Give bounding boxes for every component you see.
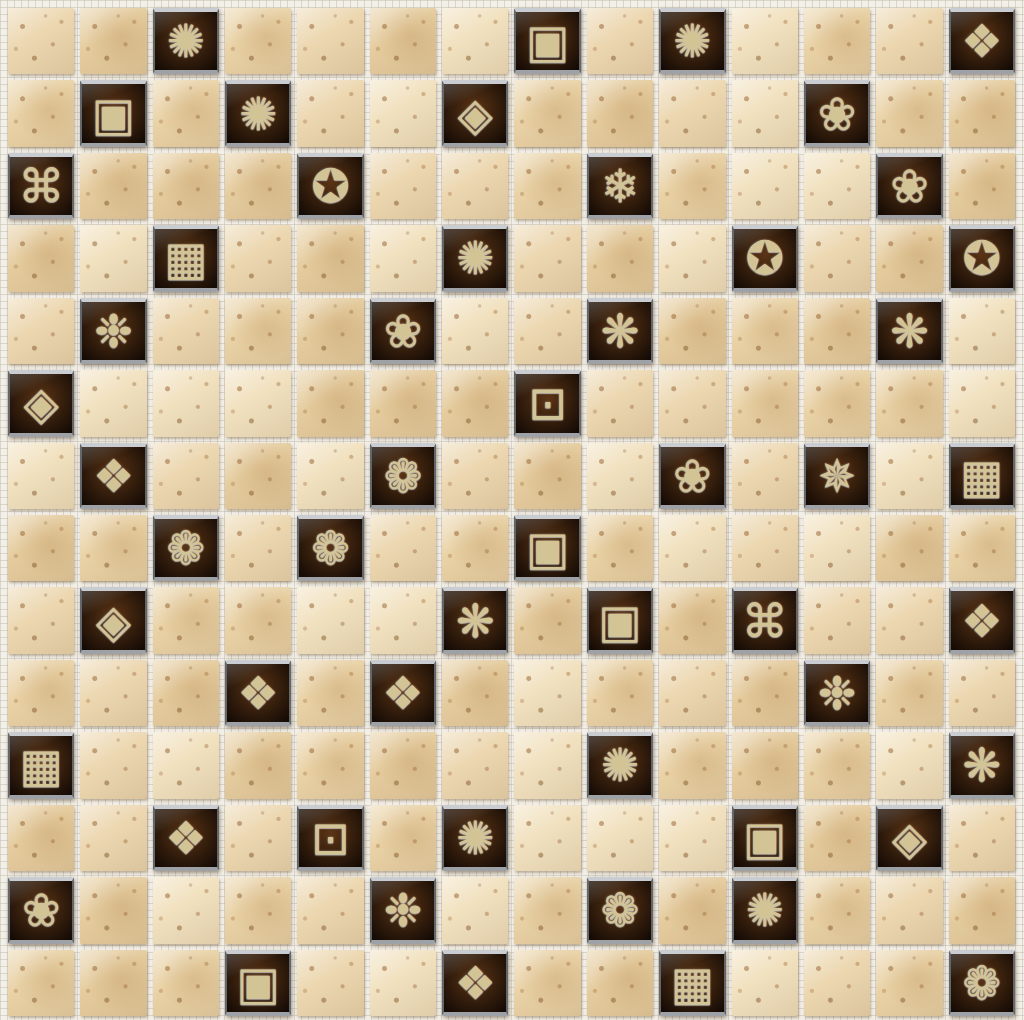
stone-tile-r12c12 xyxy=(876,877,942,943)
stone-tile-r3c4 xyxy=(297,225,363,291)
ornament-tile-arabesque-panel-r4c1: ❉ xyxy=(80,298,146,364)
stone-tile-r0c0 xyxy=(8,8,74,74)
stone-tile-r9c10 xyxy=(732,660,798,726)
ornament-tile-pinwheel-sun-r4c8: ❋ xyxy=(587,298,653,364)
stone-tile-r13c7 xyxy=(514,950,580,1016)
stone-tile-r11c0 xyxy=(8,805,74,871)
stone-tile-r11c8 xyxy=(587,805,653,871)
stone-tile-r10c1 xyxy=(80,732,146,798)
stone-tile-r8c11 xyxy=(804,587,870,653)
stone-tile-r1c0 xyxy=(8,80,74,146)
ornament-tile-wheel-medallion-r11c6: ✺ xyxy=(442,805,508,871)
stone-tile-r12c11 xyxy=(804,877,870,943)
stone-tile-r13c4 xyxy=(297,950,363,1016)
stone-tile-r6c10 xyxy=(732,443,798,509)
stone-tile-r12c4 xyxy=(297,877,363,943)
ornament-tile-wheel-medallion-r10c8: ✺ xyxy=(587,732,653,798)
stone-tile-r7c11 xyxy=(804,515,870,581)
stone-tile-r1c2 xyxy=(153,80,219,146)
stone-tile-r3c5 xyxy=(370,225,436,291)
stone-tile-r5c9 xyxy=(659,370,725,436)
stone-tile-r0c8 xyxy=(587,8,653,74)
orbit-ellipses-icon: ❖ xyxy=(165,815,206,861)
pinwheel-sun-icon: ❋ xyxy=(963,742,1002,788)
ornament-tile-cross-grid-r13c9: ▦ xyxy=(659,950,725,1016)
stone-tile-r13c2 xyxy=(153,950,219,1016)
ornament-tile-cross-grid-r10c0: ▦ xyxy=(8,732,74,798)
arabesque-panel-icon: ❉ xyxy=(818,670,857,716)
stone-tile-r0c11 xyxy=(804,8,870,74)
ornament-tile-arabesque-panel-r9c11: ❉ xyxy=(804,660,870,726)
ornament-tile-flower-rosette-r1c11: ❀ xyxy=(804,80,870,146)
stone-tile-r3c7 xyxy=(514,225,580,291)
daisy-burst-icon: ❁ xyxy=(311,525,350,571)
stone-tile-r2c5 xyxy=(370,153,436,219)
celtic-knot-icon: ⌘ xyxy=(18,163,64,209)
flower-rosette-icon: ❀ xyxy=(890,163,929,209)
stone-tile-r10c2 xyxy=(153,732,219,798)
stone-tile-r13c1 xyxy=(80,950,146,1016)
ornament-tile-square-emblem-r1c1: ▣ xyxy=(80,80,146,146)
stone-tile-r5c6 xyxy=(442,370,508,436)
stone-tile-r10c4 xyxy=(297,732,363,798)
stone-tile-r8c3 xyxy=(225,587,291,653)
ornament-tile-concentric-square-r5c7: ⊡ xyxy=(514,370,580,436)
ornament-tile-orbit-ellipses-r13c6: ❖ xyxy=(442,950,508,1016)
stone-tile-r0c1 xyxy=(80,8,146,74)
stone-tile-r9c1 xyxy=(80,660,146,726)
ornament-tile-pinwheel-sun-r10c13: ❋ xyxy=(949,732,1015,798)
snowflake-star-icon: ❄ xyxy=(601,163,640,209)
square-emblem-icon: ▣ xyxy=(237,960,280,1006)
stone-tile-r3c3 xyxy=(225,225,291,291)
wheel-medallion-icon: ✺ xyxy=(456,235,495,281)
stone-tile-r7c6 xyxy=(442,515,508,581)
stone-tile-r1c12 xyxy=(876,80,942,146)
ornament-tile-wheel-medallion-r12c10: ✺ xyxy=(732,877,798,943)
ornament-tile-star-in-circle-r2c4: ✪ xyxy=(297,153,363,219)
stone-tile-r3c1 xyxy=(80,225,146,291)
stone-tile-r12c2 xyxy=(153,877,219,943)
stone-tile-r1c13 xyxy=(949,80,1015,146)
orbit-ellipses-icon: ❖ xyxy=(93,453,134,499)
ornament-tile-daisy-burst-r6c5: ❁ xyxy=(370,443,436,509)
ornament-tile-orbit-ellipses-r11c2: ❖ xyxy=(153,805,219,871)
ornament-tile-wheel-medallion-r1c3: ✺ xyxy=(225,80,291,146)
stone-tile-r5c13 xyxy=(949,370,1015,436)
stone-tile-r6c12 xyxy=(876,443,942,509)
diamond-inset-icon: ◈ xyxy=(892,815,927,861)
stone-tile-r8c0 xyxy=(8,587,74,653)
stone-tile-r11c7 xyxy=(514,805,580,871)
pinwheel-sun-icon: ❋ xyxy=(890,308,929,354)
orbit-ellipses-icon: ❖ xyxy=(961,18,1002,64)
stone-tile-r13c0 xyxy=(8,950,74,1016)
stone-tile-r8c5 xyxy=(370,587,436,653)
stone-tile-r8c7 xyxy=(514,587,580,653)
stone-tile-r6c3 xyxy=(225,443,291,509)
stone-tile-r6c4 xyxy=(297,443,363,509)
stone-tile-r5c5 xyxy=(370,370,436,436)
stone-tile-r3c12 xyxy=(876,225,942,291)
stone-tile-r9c2 xyxy=(153,660,219,726)
stone-tile-r6c0 xyxy=(8,443,74,509)
concentric-square-icon: ⊡ xyxy=(311,815,350,861)
square-emblem-icon: ▣ xyxy=(598,598,641,644)
stone-tile-r5c8 xyxy=(587,370,653,436)
stone-tile-r2c11 xyxy=(804,153,870,219)
flower-rosette-icon: ❀ xyxy=(673,453,712,499)
stone-tile-r11c11 xyxy=(804,805,870,871)
stone-tile-r9c8 xyxy=(587,660,653,726)
stone-tile-r12c6 xyxy=(442,877,508,943)
square-emblem-icon: ▣ xyxy=(92,91,135,137)
stone-tile-r12c7 xyxy=(514,877,580,943)
ornament-tile-daisy-burst-r7c4: ❁ xyxy=(297,515,363,581)
stone-tile-r13c11 xyxy=(804,950,870,1016)
ornament-tile-wheel-medallion-r3c6: ✺ xyxy=(442,225,508,291)
stone-tile-r4c13 xyxy=(949,298,1015,364)
stone-tile-r9c6 xyxy=(442,660,508,726)
stone-tile-r6c7 xyxy=(514,443,580,509)
ornament-tile-daisy-burst-r7c2: ❁ xyxy=(153,515,219,581)
orbit-ellipses-icon: ❖ xyxy=(238,670,279,716)
stone-tile-r7c0 xyxy=(8,515,74,581)
stone-tile-r4c4 xyxy=(297,298,363,364)
stone-tile-r1c7 xyxy=(514,80,580,146)
diamond-inset-icon: ◈ xyxy=(96,598,131,644)
stone-tile-r2c10 xyxy=(732,153,798,219)
stone-tile-r4c3 xyxy=(225,298,291,364)
stone-tile-r7c10 xyxy=(732,515,798,581)
ornament-tile-celtic-knot-r8c10: ⌘ xyxy=(732,587,798,653)
stone-tile-r0c6 xyxy=(442,8,508,74)
ornament-tile-cross-grid-r6c13: ▦ xyxy=(949,443,1015,509)
ornament-tile-concentric-square-r11c4: ⊡ xyxy=(297,805,363,871)
stone-tile-r7c9 xyxy=(659,515,725,581)
arabesque-panel-icon: ❉ xyxy=(94,308,133,354)
stone-tile-r4c0 xyxy=(8,298,74,364)
stone-tile-r10c6 xyxy=(442,732,508,798)
arrow-star-icon: ✵ xyxy=(818,453,857,499)
ornament-tile-square-emblem-r0c7: ▣ xyxy=(514,8,580,74)
square-emblem-icon: ▣ xyxy=(526,18,569,64)
flower-rosette-icon: ❀ xyxy=(384,308,423,354)
stone-tile-r12c3 xyxy=(225,877,291,943)
stone-tile-r1c4 xyxy=(297,80,363,146)
stone-tile-r4c9 xyxy=(659,298,725,364)
stone-tile-r1c9 xyxy=(659,80,725,146)
stone-tile-r2c9 xyxy=(659,153,725,219)
stone-tile-r0c5 xyxy=(370,8,436,74)
orbit-ellipses-icon: ❖ xyxy=(382,670,423,716)
stone-tile-r9c0 xyxy=(8,660,74,726)
ornament-tile-flower-rosette-r6c9: ❀ xyxy=(659,443,725,509)
ornament-tile-orbit-ellipses-r9c3: ❖ xyxy=(225,660,291,726)
stone-tile-r13c10 xyxy=(732,950,798,1016)
stone-tile-r0c12 xyxy=(876,8,942,74)
stone-tile-r10c10 xyxy=(732,732,798,798)
ornament-tile-flower-rosette-r4c5: ❀ xyxy=(370,298,436,364)
stone-tile-r5c11 xyxy=(804,370,870,436)
ornament-tile-orbit-ellipses-r8c13: ❖ xyxy=(949,587,1015,653)
stone-tile-r11c13 xyxy=(949,805,1015,871)
flower-rosette-icon: ❀ xyxy=(22,887,61,933)
orbit-ellipses-icon: ❖ xyxy=(961,598,1002,644)
daisy-burst-icon: ❁ xyxy=(384,453,423,499)
ornament-tile-square-emblem-r13c3: ▣ xyxy=(225,950,291,1016)
cross-grid-icon: ▦ xyxy=(960,453,1003,499)
ornament-tile-snowflake-star-r2c8: ❄ xyxy=(587,153,653,219)
cross-grid-icon: ▦ xyxy=(19,742,62,788)
daisy-burst-icon: ❁ xyxy=(601,887,640,933)
stone-tile-r7c13 xyxy=(949,515,1015,581)
stone-tile-r8c9 xyxy=(659,587,725,653)
stone-tile-r11c9 xyxy=(659,805,725,871)
ornament-tile-orbit-ellipses-r9c5: ❖ xyxy=(370,660,436,726)
stone-tile-r7c12 xyxy=(876,515,942,581)
ornament-tile-star-in-circle-r3c13: ✪ xyxy=(949,225,1015,291)
stone-tile-r8c12 xyxy=(876,587,942,653)
pinwheel-sun-icon: ❋ xyxy=(456,598,495,644)
concentric-square-icon: ⊡ xyxy=(528,380,567,426)
wheel-medallion-icon: ✺ xyxy=(167,18,206,64)
ornament-tile-wheel-medallion-r0c9: ✺ xyxy=(659,8,725,74)
stone-tile-r2c6 xyxy=(442,153,508,219)
stone-tile-r2c13 xyxy=(949,153,1015,219)
stone-tile-r7c5 xyxy=(370,515,436,581)
stone-tile-r2c3 xyxy=(225,153,291,219)
stone-tile-r11c1 xyxy=(80,805,146,871)
stone-tile-r6c2 xyxy=(153,443,219,509)
stone-tile-r13c5 xyxy=(370,950,436,1016)
flower-rosette-icon: ❀ xyxy=(818,91,857,137)
stone-tile-r8c2 xyxy=(153,587,219,653)
stone-tile-r5c12 xyxy=(876,370,942,436)
stone-tile-r4c6 xyxy=(442,298,508,364)
stone-tile-r5c1 xyxy=(80,370,146,436)
square-emblem-icon: ▣ xyxy=(526,525,569,571)
ornament-tile-square-emblem-r11c10: ▣ xyxy=(732,805,798,871)
ornament-tile-pinwheel-sun-r4c12: ❋ xyxy=(876,298,942,364)
orbit-ellipses-icon: ❖ xyxy=(455,960,496,1006)
ornament-tile-wheel-medallion-r0c2: ✺ xyxy=(153,8,219,74)
daisy-burst-icon: ❁ xyxy=(167,525,206,571)
stone-tile-r0c10 xyxy=(732,8,798,74)
stone-tile-r11c3 xyxy=(225,805,291,871)
stone-tile-r10c7 xyxy=(514,732,580,798)
stone-tile-r2c7 xyxy=(514,153,580,219)
stone-tile-r9c13 xyxy=(949,660,1015,726)
stone-tile-r0c3 xyxy=(225,8,291,74)
stone-tile-r4c7 xyxy=(514,298,580,364)
ornament-tile-arrow-star-r6c11: ✵ xyxy=(804,443,870,509)
stone-tile-r7c8 xyxy=(587,515,653,581)
wheel-medallion-icon: ✺ xyxy=(239,91,278,137)
ornament-tile-flower-rosette-r12c0: ❀ xyxy=(8,877,74,943)
celtic-knot-icon: ⌘ xyxy=(742,598,788,644)
ornament-tile-diamond-inset-r8c1: ◈ xyxy=(80,587,146,653)
stone-tile-r5c3 xyxy=(225,370,291,436)
ornament-tile-star-in-circle-r3c10: ✪ xyxy=(732,225,798,291)
stone-tile-r10c9 xyxy=(659,732,725,798)
stone-tile-r10c11 xyxy=(804,732,870,798)
stone-tile-r3c8 xyxy=(587,225,653,291)
wheel-medallion-icon: ✺ xyxy=(673,18,712,64)
stone-tile-r10c5 xyxy=(370,732,436,798)
stone-tile-r10c3 xyxy=(225,732,291,798)
stone-tile-r9c4 xyxy=(297,660,363,726)
star-in-circle-icon: ✪ xyxy=(745,235,784,281)
ornament-tile-celtic-knot-r2c0: ⌘ xyxy=(8,153,74,219)
ornament-tile-daisy-burst-r13c13: ❁ xyxy=(949,950,1015,1016)
wheel-medallion-icon: ✺ xyxy=(745,887,784,933)
stone-tile-r7c3 xyxy=(225,515,291,581)
stone-tile-r9c7 xyxy=(514,660,580,726)
stone-tile-r1c10 xyxy=(732,80,798,146)
stone-tile-r10c12 xyxy=(876,732,942,798)
stone-tile-r7c1 xyxy=(80,515,146,581)
stone-tile-r1c5 xyxy=(370,80,436,146)
pinwheel-sun-icon: ❋ xyxy=(601,308,640,354)
ornament-tile-flower-rosette-r2c12: ❀ xyxy=(876,153,942,219)
ornament-tile-square-emblem-r7c7: ▣ xyxy=(514,515,580,581)
stone-tile-r4c11 xyxy=(804,298,870,364)
stone-tile-r6c8 xyxy=(587,443,653,509)
cross-grid-icon: ▦ xyxy=(164,235,207,281)
stone-tile-r9c12 xyxy=(876,660,942,726)
star-in-circle-icon: ✪ xyxy=(963,235,1002,281)
ornament-tile-pinwheel-sun-r8c6: ❋ xyxy=(442,587,508,653)
stone-tile-r12c9 xyxy=(659,877,725,943)
ornament-tile-diamond-inset-r5c0: ◈ xyxy=(8,370,74,436)
stone-tile-r13c8 xyxy=(587,950,653,1016)
star-in-circle-icon: ✪ xyxy=(311,163,350,209)
stone-tile-r8c4 xyxy=(297,587,363,653)
ornament-tile-square-emblem-r8c8: ▣ xyxy=(587,587,653,653)
ornament-tile-cross-grid-r3c2: ▦ xyxy=(153,225,219,291)
ornament-tile-orbit-ellipses-r6c1: ❖ xyxy=(80,443,146,509)
wheel-medallion-icon: ✺ xyxy=(601,742,640,788)
stone-tile-r2c1 xyxy=(80,153,146,219)
mosaic-board: ✺▣✺❖▣✺◈❀⌘✪❄❀▦✺✪✪❉❀❋❋◈⊡❖❁❀✵▦❁❁▣◈❋▣⌘❖❖❖❉▦✺… xyxy=(0,0,1024,1020)
stone-tile-r9c9 xyxy=(659,660,725,726)
wheel-medallion-icon: ✺ xyxy=(456,815,495,861)
ornament-tile-arabesque-panel-r12c5: ❉ xyxy=(370,877,436,943)
stone-tile-r5c2 xyxy=(153,370,219,436)
stone-tile-r5c4 xyxy=(297,370,363,436)
stone-tile-r1c8 xyxy=(587,80,653,146)
stone-tile-r3c9 xyxy=(659,225,725,291)
stone-tile-r3c11 xyxy=(804,225,870,291)
stone-tile-r5c10 xyxy=(732,370,798,436)
cross-grid-icon: ▦ xyxy=(671,960,714,1006)
stone-tile-r13c12 xyxy=(876,950,942,1016)
stone-tile-r4c2 xyxy=(153,298,219,364)
ornament-tile-diamond-inset-r11c12: ◈ xyxy=(876,805,942,871)
diamond-inset-icon: ◈ xyxy=(23,380,58,426)
stone-tile-r0c4 xyxy=(297,8,363,74)
stone-tile-r12c1 xyxy=(80,877,146,943)
stone-tile-r6c6 xyxy=(442,443,508,509)
square-emblem-icon: ▣ xyxy=(743,815,786,861)
arabesque-panel-icon: ❉ xyxy=(384,887,423,933)
ornament-tile-diamond-inset-r1c6: ◈ xyxy=(442,80,508,146)
stone-tile-r4c10 xyxy=(732,298,798,364)
ornament-tile-daisy-burst-r12c8: ❁ xyxy=(587,877,653,943)
stone-tile-r12c13 xyxy=(949,877,1015,943)
ornament-tile-orbit-ellipses-r0c13: ❖ xyxy=(949,8,1015,74)
daisy-burst-icon: ❁ xyxy=(963,960,1002,1006)
stone-tile-r3c0 xyxy=(8,225,74,291)
stone-tile-r2c2 xyxy=(153,153,219,219)
stone-tile-r11c5 xyxy=(370,805,436,871)
diamond-inset-icon: ◈ xyxy=(458,91,493,137)
